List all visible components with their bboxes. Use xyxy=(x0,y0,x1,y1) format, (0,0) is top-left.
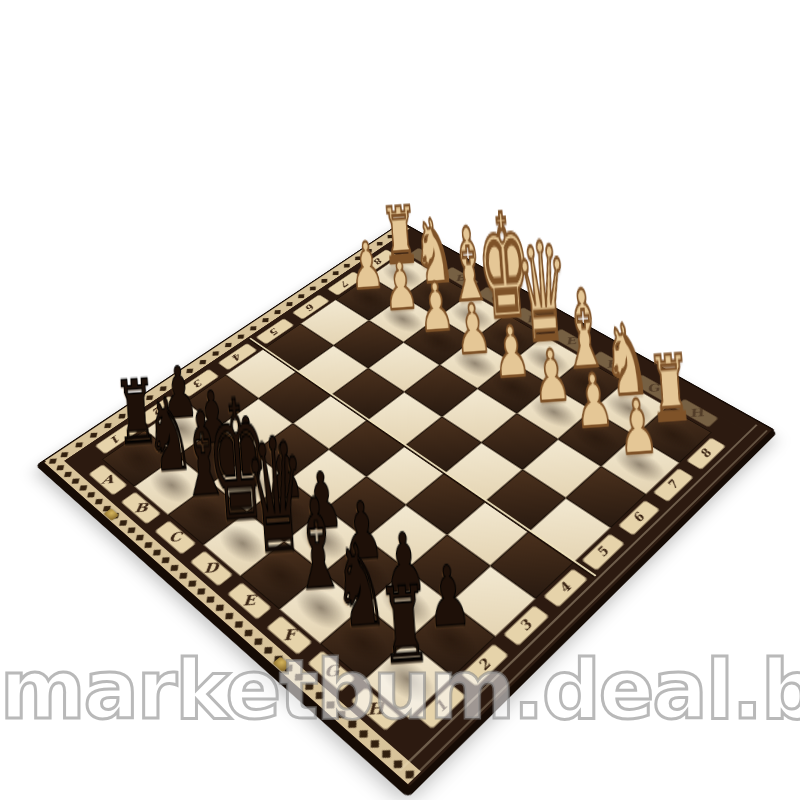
rank-number: 6 xyxy=(630,511,649,525)
file-letter: C xyxy=(168,529,182,545)
chess-board: ◆◆◆◆◆◆◆◆◆◆◆◆◆◆◆◆◆◆◆◆◆◆◆◆◆◆◆◆◆◆◆◆◆◆◆◆◆◆◆◆… xyxy=(41,222,775,790)
rank-number: 5 xyxy=(594,545,613,560)
rook-glyph: ♜ xyxy=(353,570,455,682)
rank-number: 4 xyxy=(230,351,245,362)
rank-number: 2 xyxy=(475,656,495,673)
rank-number: 7 xyxy=(664,478,683,491)
rank-number: 3 xyxy=(516,617,536,633)
pawn-glyph: ♟ xyxy=(594,387,682,467)
board-perspective-wrapper: ◆◆◆◆◆◆◆◆◆◆◆◆◆◆◆◆◆◆◆◆◆◆◆◆◆◆◆◆◆◆◆◆◆◆◆◆◆◆◆◆… xyxy=(0,0,800,800)
product-photo-scene: ◆◆◆◆◆◆◆◆◆◆◆◆◆◆◆◆◆◆◆◆◆◆◆◆◆◆◆◆◆◆◆◆◆◆◆◆◆◆◆◆… xyxy=(0,0,800,800)
rank-number: 5 xyxy=(267,326,282,336)
rank-number: 8 xyxy=(697,447,715,460)
file-letter: H xyxy=(367,699,385,719)
file-letter: D xyxy=(204,560,219,577)
file-letter: B xyxy=(133,500,148,515)
file-letter: E xyxy=(242,592,256,609)
rank-number: 6 xyxy=(303,302,318,312)
file-letter: A xyxy=(101,472,115,487)
file-letter: F xyxy=(283,626,296,644)
rank-number: 4 xyxy=(556,580,576,595)
rank-number: 1 xyxy=(431,697,452,715)
file-letter: G xyxy=(324,661,339,680)
